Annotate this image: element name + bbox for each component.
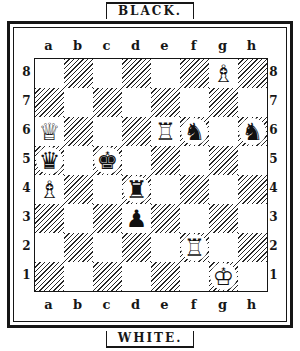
file-label-top-a: a: [44, 38, 52, 53]
file-label-bottom-h: h: [247, 297, 256, 312]
rank-label-left-2: 2: [22, 239, 30, 253]
rank-label-right-4: 4: [269, 181, 277, 195]
square-h7[interactable]: [238, 88, 267, 117]
file-label-bottom-a: a: [44, 297, 52, 312]
file-label-top-f: f: [191, 38, 197, 53]
rank-label-left-7: 7: [22, 94, 30, 108]
square-d7[interactable]: [122, 88, 151, 117]
square-h1[interactable]: [238, 262, 267, 291]
square-c6[interactable]: [93, 117, 122, 146]
file-label-top-e: e: [160, 38, 168, 53]
square-d8[interactable]: [122, 59, 151, 88]
rank-label-right-7: 7: [269, 94, 277, 108]
rank-label-left-1: 1: [22, 268, 30, 282]
square-f1[interactable]: [180, 262, 209, 291]
file-label-bottom-b: b: [73, 297, 82, 312]
ranks-right: 87654321: [266, 58, 281, 293]
rank-label-left-3: 3: [22, 210, 30, 224]
board-outer-frame: abcdefgh 87654321 ♗♕♖♞♞♛♚♗♜♟♖♔ 87654321 …: [7, 21, 293, 328]
square-c4[interactable]: [93, 175, 122, 204]
rank-label-left-6: 6: [22, 123, 30, 137]
square-g1[interactable]: ♔: [209, 262, 238, 291]
square-h6[interactable]: ♞: [238, 117, 267, 146]
square-e2[interactable]: [151, 233, 180, 262]
square-d6[interactable]: [122, 117, 151, 146]
file-label-top-d: d: [131, 38, 140, 53]
square-g8[interactable]: ♗: [209, 59, 238, 88]
white-bishop-g8: ♗: [210, 60, 237, 87]
rank-label-right-6: 6: [269, 123, 277, 137]
square-b3[interactable]: [64, 204, 93, 233]
white-side-label: WHITE.: [106, 331, 195, 348]
square-d2[interactable]: [122, 233, 151, 262]
square-b6[interactable]: [64, 117, 93, 146]
file-label-bottom-f: f: [191, 297, 197, 312]
square-h2[interactable]: [238, 233, 267, 262]
file-label-bottom-c: c: [103, 297, 111, 312]
black-king-c5: ♚: [94, 147, 121, 174]
white-rook-f2: ♖: [181, 234, 208, 261]
square-a7[interactable]: [35, 88, 64, 117]
square-f6[interactable]: ♞: [180, 117, 209, 146]
square-b2[interactable]: [64, 233, 93, 262]
rank-label-left-5: 5: [22, 152, 30, 166]
black-rook-d4: ♜: [123, 176, 150, 203]
square-c7[interactable]: [93, 88, 122, 117]
square-c2[interactable]: [93, 233, 122, 262]
page: BLACK. abcdefgh 87654321 ♗♕♖♞♞♛♚♗♜♟♖♔ 87…: [0, 0, 300, 351]
files-top: abcdefgh: [34, 34, 266, 58]
square-e5[interactable]: [151, 146, 180, 175]
file-label-bottom-d: d: [131, 297, 140, 312]
rank-label-left-4: 4: [22, 181, 30, 195]
square-g5[interactable]: [209, 146, 238, 175]
square-f5[interactable]: [180, 146, 209, 175]
square-d5[interactable]: [122, 146, 151, 175]
square-e8[interactable]: [151, 59, 180, 88]
black-knight-f6: ♞: [181, 118, 208, 145]
square-a4[interactable]: ♗: [35, 175, 64, 204]
square-e3[interactable]: [151, 204, 180, 233]
white-king-g1: ♔: [210, 263, 237, 290]
square-g7[interactable]: [209, 88, 238, 117]
square-a6[interactable]: ♕: [35, 117, 64, 146]
square-d1[interactable]: [122, 262, 151, 291]
file-label-top-h: h: [247, 38, 256, 53]
rank-label-right-5: 5: [269, 152, 277, 166]
square-e1[interactable]: [151, 262, 180, 291]
file-label-top-b: b: [73, 38, 82, 53]
rank-label-right-2: 2: [269, 239, 277, 253]
files-bottom: abcdefgh: [34, 293, 266, 316]
board: ♗♕♖♞♞♛♚♗♜♟♖♔: [34, 58, 268, 292]
file-label-top-g: g: [218, 38, 227, 53]
square-b7[interactable]: [64, 88, 93, 117]
black-pawn-d3: ♟: [123, 205, 150, 232]
square-h5[interactable]: [238, 146, 267, 175]
square-a3[interactable]: [35, 204, 64, 233]
square-d4[interactable]: ♜: [122, 175, 151, 204]
square-h8[interactable]: [238, 59, 267, 88]
square-c5[interactable]: ♚: [93, 146, 122, 175]
square-e7[interactable]: [151, 88, 180, 117]
square-c1[interactable]: [93, 262, 122, 291]
square-a8[interactable]: [35, 59, 64, 88]
square-c8[interactable]: [93, 59, 122, 88]
square-e4[interactable]: [151, 175, 180, 204]
rank-label-left-8: 8: [22, 65, 30, 79]
square-b5[interactable]: [64, 146, 93, 175]
square-g4[interactable]: [209, 175, 238, 204]
square-f3[interactable]: [180, 204, 209, 233]
square-g3[interactable]: [209, 204, 238, 233]
file-label-bottom-e: e: [160, 297, 168, 312]
square-a5[interactable]: ♛: [35, 146, 64, 175]
white-rook-e6: ♖: [152, 118, 179, 145]
square-f4[interactable]: [180, 175, 209, 204]
square-b4[interactable]: [64, 175, 93, 204]
square-b1[interactable]: [64, 262, 93, 291]
board-inner-frame: abcdefgh 87654321 ♗♕♖♞♞♛♚♗♜♟♖♔ 87654321 …: [13, 27, 287, 322]
white-queen-a6: ♕: [36, 118, 63, 145]
file-label-top-c: c: [103, 38, 111, 53]
square-g2[interactable]: [209, 233, 238, 262]
square-b8[interactable]: [64, 59, 93, 88]
white-bishop-a4: ♗: [36, 176, 63, 203]
rank-label-right-1: 1: [269, 268, 277, 282]
square-a1[interactable]: [35, 262, 64, 291]
black-queen-a5: ♛: [36, 147, 63, 174]
square-c3[interactable]: [93, 204, 122, 233]
black-knight-h6: ♞: [239, 118, 266, 145]
square-f7[interactable]: [180, 88, 209, 117]
square-e6[interactable]: ♖: [151, 117, 180, 146]
square-g6[interactable]: [209, 117, 238, 146]
rank-label-right-8: 8: [269, 65, 277, 79]
square-d3[interactable]: ♟: [122, 204, 151, 233]
square-f8[interactable]: [180, 59, 209, 88]
rank-label-right-3: 3: [269, 210, 277, 224]
square-f2[interactable]: ♖: [180, 233, 209, 262]
square-h3[interactable]: [238, 204, 267, 233]
square-a2[interactable]: [35, 233, 64, 262]
black-side-label: BLACK.: [106, 2, 194, 19]
file-label-bottom-g: g: [218, 297, 227, 312]
square-h4[interactable]: [238, 175, 267, 204]
ranks-left: 87654321: [19, 58, 34, 293]
